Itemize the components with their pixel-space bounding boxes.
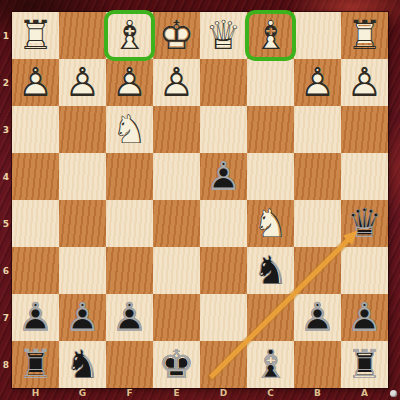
file-label-d: D (200, 387, 247, 400)
square-h2[interactable]: ♟♙ (12, 59, 59, 106)
square-e5[interactable] (153, 200, 200, 247)
square-d8[interactable] (200, 341, 247, 388)
square-d2[interactable] (200, 59, 247, 106)
rank-label-3: 3 (0, 106, 12, 153)
square-b2[interactable]: ♟♙ (294, 59, 341, 106)
rank-label-5: 5 (0, 200, 12, 247)
piece-outline-glyph: ♙ (341, 294, 388, 341)
square-d5[interactable] (200, 200, 247, 247)
square-g6[interactable] (59, 247, 106, 294)
piece-outline-glyph: ♕ (341, 200, 388, 247)
file-label-g: G (59, 387, 106, 400)
white-pawn-g2[interactable]: ♟♙ (59, 59, 106, 106)
white-pawn-f2[interactable]: ♟♙ (106, 59, 153, 106)
piece-outline-glyph: ♙ (59, 294, 106, 341)
rank-label-8: 8 (0, 341, 12, 388)
square-h7[interactable]: ♟♙ (12, 294, 59, 341)
square-c6[interactable]: ♞♘ (247, 247, 294, 294)
file-label-h: H (12, 387, 59, 400)
side-to-move-indicator (390, 390, 397, 397)
square-g1[interactable] (59, 12, 106, 59)
square-a8[interactable]: ♜♖ (341, 341, 388, 388)
square-b5[interactable] (294, 200, 341, 247)
square-g2[interactable]: ♟♙ (59, 59, 106, 106)
board: ♜♖♝♗♚♔♛♕♝♗♜♖♟♙♟♙♟♙♟♙♟♙♟♙♞♘♟♙♞♘♛♕♞♘♟♙♟♙♟♙… (12, 12, 388, 388)
file-label-a: A (341, 387, 388, 400)
square-a7[interactable]: ♟♙ (341, 294, 388, 341)
square-d4[interactable]: ♟♙ (200, 153, 247, 200)
square-d6[interactable] (200, 247, 247, 294)
square-f2[interactable]: ♟♙ (106, 59, 153, 106)
piece-outline-glyph: ♗ (106, 12, 153, 59)
square-h3[interactable] (12, 106, 59, 153)
square-h1[interactable]: ♜♖ (12, 12, 59, 59)
piece-outline-glyph: ♙ (106, 59, 153, 106)
black-rook-h8[interactable]: ♜♖ (12, 341, 59, 388)
black-pawn-b7[interactable]: ♟♙ (294, 294, 341, 341)
square-f1[interactable]: ♝♗ (106, 12, 153, 59)
square-c8[interactable]: ♝♗ (247, 341, 294, 388)
file-labels: HGFEDCBA (12, 387, 388, 400)
piece-outline-glyph: ♙ (106, 294, 153, 341)
white-queen-d1[interactable]: ♛♕ (200, 12, 247, 59)
rank-label-1: 1 (0, 12, 12, 59)
white-rook-h1[interactable]: ♜♖ (12, 12, 59, 59)
square-e1[interactable]: ♚♔ (153, 12, 200, 59)
black-pawn-g7[interactable]: ♟♙ (59, 294, 106, 341)
white-pawn-b2[interactable]: ♟♙ (294, 59, 341, 106)
white-pawn-h2[interactable]: ♟♙ (12, 59, 59, 106)
square-c5[interactable]: ♞♘ (247, 200, 294, 247)
piece-outline-glyph: ♙ (341, 59, 388, 106)
piece-outline-glyph: ♘ (247, 200, 294, 247)
square-b3[interactable] (294, 106, 341, 153)
rank-label-2: 2 (0, 59, 12, 106)
black-king-e8[interactable]: ♚♔ (153, 341, 200, 388)
square-a3[interactable] (341, 106, 388, 153)
square-h6[interactable] (12, 247, 59, 294)
file-label-f: F (106, 387, 153, 400)
square-c4[interactable] (247, 153, 294, 200)
square-e4[interactable] (153, 153, 200, 200)
black-pawn-f7[interactable]: ♟♙ (106, 294, 153, 341)
white-knight-f3[interactable]: ♞♘ (106, 106, 153, 153)
piece-outline-glyph: ♙ (153, 59, 200, 106)
square-a2[interactable]: ♟♙ (341, 59, 388, 106)
piece-outline-glyph: ♗ (247, 12, 294, 59)
black-rook-a8[interactable]: ♜♖ (341, 341, 388, 388)
square-g7[interactable]: ♟♙ (59, 294, 106, 341)
square-b7[interactable]: ♟♙ (294, 294, 341, 341)
square-e3[interactable] (153, 106, 200, 153)
white-bishop-f1[interactable]: ♝♗ (106, 12, 153, 59)
piece-outline-glyph: ♖ (12, 341, 59, 388)
file-label-e: E (153, 387, 200, 400)
black-bishop-c8[interactable]: ♝♗ (247, 341, 294, 388)
square-e8[interactable]: ♚♔ (153, 341, 200, 388)
square-d3[interactable] (200, 106, 247, 153)
square-g8[interactable]: ♞♘ (59, 341, 106, 388)
square-f5[interactable] (106, 200, 153, 247)
board-container: 12345678 HGFEDCBA ♜♖♝♗♚♔♛♕♝♗♜♖♟♙♟♙♟♙♟♙♟♙… (0, 0, 400, 400)
white-bishop-c1[interactable]: ♝♗ (247, 12, 294, 59)
square-f8[interactable] (106, 341, 153, 388)
black-pawn-h7[interactable]: ♟♙ (12, 294, 59, 341)
rank-label-4: 4 (0, 153, 12, 200)
white-knight-c5[interactable]: ♞♘ (247, 200, 294, 247)
square-g4[interactable] (59, 153, 106, 200)
square-a4[interactable] (341, 153, 388, 200)
piece-outline-glyph: ♔ (153, 341, 200, 388)
piece-outline-glyph: ♙ (200, 153, 247, 200)
square-h8[interactable]: ♜♖ (12, 341, 59, 388)
square-g5[interactable] (59, 200, 106, 247)
piece-outline-glyph: ♔ (153, 12, 200, 59)
square-d7[interactable] (200, 294, 247, 341)
square-c2[interactable] (247, 59, 294, 106)
piece-outline-glyph: ♙ (294, 294, 341, 341)
piece-outline-glyph: ♘ (106, 106, 153, 153)
square-f4[interactable] (106, 153, 153, 200)
piece-outline-glyph: ♖ (12, 12, 59, 59)
rank-label-6: 6 (0, 247, 12, 294)
square-e7[interactable] (153, 294, 200, 341)
square-a6[interactable] (341, 247, 388, 294)
piece-outline-glyph: ♗ (247, 341, 294, 388)
piece-outline-glyph: ♙ (294, 59, 341, 106)
piece-outline-glyph: ♖ (341, 341, 388, 388)
square-e6[interactable] (153, 247, 200, 294)
piece-outline-glyph: ♙ (12, 59, 59, 106)
white-rook-a1[interactable]: ♜♖ (341, 12, 388, 59)
square-h4[interactable] (12, 153, 59, 200)
square-f7[interactable]: ♟♙ (106, 294, 153, 341)
square-b6[interactable] (294, 247, 341, 294)
square-b4[interactable] (294, 153, 341, 200)
black-pawn-d4[interactable]: ♟♙ (200, 153, 247, 200)
rank-label-7: 7 (0, 294, 12, 341)
black-pawn-a7[interactable]: ♟♙ (341, 294, 388, 341)
black-queen-a5[interactable]: ♛♕ (341, 200, 388, 247)
white-pawn-e2[interactable]: ♟♙ (153, 59, 200, 106)
file-label-c: C (247, 387, 294, 400)
square-a5[interactable]: ♛♕ (341, 200, 388, 247)
file-label-b: B (294, 387, 341, 400)
square-a1[interactable]: ♜♖ (341, 12, 388, 59)
rank-labels: 12345678 (0, 12, 12, 388)
square-c3[interactable] (247, 106, 294, 153)
square-f6[interactable] (106, 247, 153, 294)
piece-outline-glyph: ♕ (200, 12, 247, 59)
piece-outline-glyph: ♙ (59, 59, 106, 106)
black-knight-g8[interactable]: ♞♘ (59, 341, 106, 388)
white-king-e1[interactable]: ♚♔ (153, 12, 200, 59)
piece-outline-glyph: ♘ (59, 341, 106, 388)
square-c1[interactable]: ♝♗ (247, 12, 294, 59)
piece-outline-glyph: ♖ (341, 12, 388, 59)
square-h5[interactable] (12, 200, 59, 247)
square-d1[interactable]: ♛♕ (200, 12, 247, 59)
square-b1[interactable] (294, 12, 341, 59)
piece-outline-glyph: ♘ (247, 247, 294, 294)
square-c7[interactable] (247, 294, 294, 341)
square-b8[interactable] (294, 341, 341, 388)
square-f3[interactable]: ♞♘ (106, 106, 153, 153)
piece-outline-glyph: ♙ (12, 294, 59, 341)
square-e2[interactable]: ♟♙ (153, 59, 200, 106)
square-g3[interactable] (59, 106, 106, 153)
white-pawn-a2[interactable]: ♟♙ (341, 59, 388, 106)
black-knight-c6[interactable]: ♞♘ (247, 247, 294, 294)
